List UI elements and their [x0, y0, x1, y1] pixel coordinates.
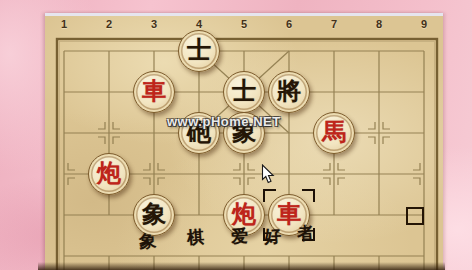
piece-red-cannon-1[interactable]: 炮	[88, 153, 130, 195]
column-label-3: 3	[144, 18, 164, 30]
caption-char-2: 棋	[186, 225, 205, 249]
column-label-9: 9	[414, 18, 434, 30]
xiangqi-board[interactable]: 123456789 士車士將砲象馬炮象炮車 象棋爱好者	[45, 13, 443, 270]
piece-glyph: 將	[277, 79, 301, 103]
column-label-6: 6	[279, 18, 299, 30]
piece-red-chariot-1[interactable]: 車	[133, 71, 175, 113]
piece-glyph: 士	[232, 79, 256, 103]
column-label-4: 4	[189, 18, 209, 30]
column-label-1: 1	[54, 18, 74, 30]
column-label-5: 5	[234, 18, 254, 30]
column-label-8: 8	[369, 18, 389, 30]
caption-char-5: 者	[296, 221, 315, 245]
caption-char-4: 好	[263, 224, 282, 248]
bottom-shadow-band	[38, 262, 445, 270]
column-labels: 123456789	[45, 18, 443, 32]
piece-glyph: 士	[187, 38, 211, 62]
piece-black-general[interactable]: 將	[268, 71, 310, 113]
piece-glyph: 車	[142, 79, 166, 103]
piece-glyph: 象	[142, 202, 166, 226]
watermark: www.pHome.NET	[167, 114, 281, 129]
piece-black-advisor-1[interactable]: 士	[178, 30, 220, 72]
piece-glyph: 馬	[322, 120, 346, 144]
caption-char-1: 象	[138, 229, 157, 253]
column-label-2: 2	[99, 18, 119, 30]
piece-red-horse-1[interactable]: 馬	[313, 112, 355, 154]
piece-glyph: 炮	[97, 161, 121, 185]
piece-black-advisor-2[interactable]: 士	[223, 71, 265, 113]
mouse-cursor-icon	[261, 164, 276, 185]
empty-square-marker	[406, 207, 424, 225]
column-label-7: 7	[324, 18, 344, 30]
caption-char-3: 爱	[230, 224, 249, 248]
screenshot-root: { "game": "xiangqi", "position": { "fen"…	[0, 0, 472, 270]
piece-glyph: 炮	[232, 202, 256, 226]
